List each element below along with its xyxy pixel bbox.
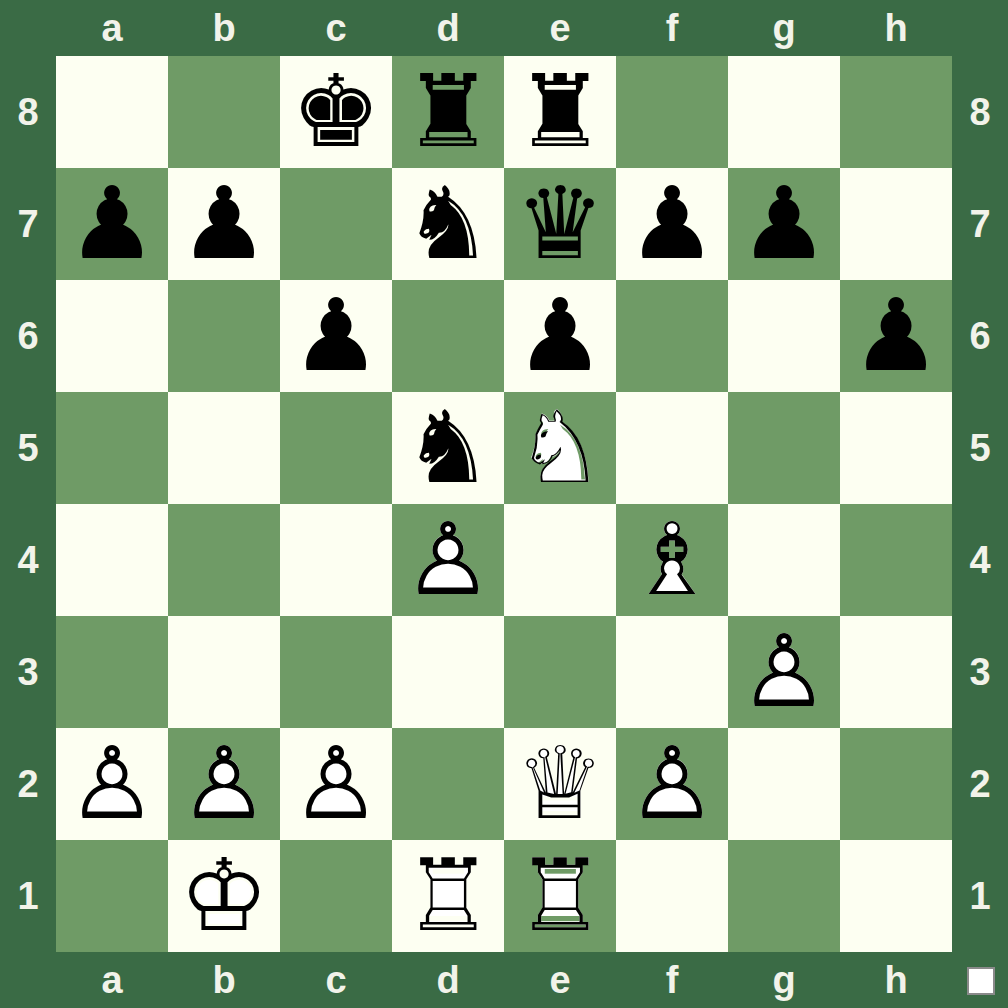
square-d7[interactable]: ♞︎ [392, 168, 504, 280]
square-c1[interactable] [280, 840, 392, 952]
white-piece-outline: ♙︎ [168, 728, 280, 840]
square-c5[interactable] [280, 392, 392, 504]
white-pawn[interactable]: ♟︎♙︎ [392, 504, 504, 616]
white-pawn[interactable]: ♟︎♙︎ [56, 728, 168, 840]
square-f7[interactable]: ♟︎ [616, 168, 728, 280]
white-piece-outline: ♙︎ [280, 728, 392, 840]
square-b5[interactable] [168, 392, 280, 504]
file-label-g: g [728, 0, 840, 56]
file-label-a: a [56, 0, 168, 56]
file-label-b: b [168, 0, 280, 56]
square-a1[interactable] [56, 840, 168, 952]
white-king[interactable]: ♚︎♔︎ [168, 840, 280, 952]
file-label-e: e [504, 952, 616, 1008]
file-label-h: h [840, 0, 952, 56]
square-e6[interactable]: ♟︎ [504, 280, 616, 392]
square-d8[interactable]: ♜︎ [392, 56, 504, 168]
rank-label-3: 3 [0, 616, 56, 728]
rank-labels-left: 87654321 [0, 56, 56, 952]
square-a7[interactable]: ♟︎ [56, 168, 168, 280]
file-label-g: g [728, 952, 840, 1008]
square-b2[interactable]: ♟︎♙︎ [168, 728, 280, 840]
square-h8[interactable] [840, 56, 952, 168]
white-bishop[interactable]: ♝︎♗︎ [616, 504, 728, 616]
square-h4[interactable] [840, 504, 952, 616]
file-labels-top: abcdefgh [56, 0, 952, 56]
white-to-move-indicator [967, 967, 995, 995]
rank-label-6: 6 [952, 280, 1008, 392]
white-rook[interactable]: ♜︎♖︎ [392, 840, 504, 952]
square-g3[interactable]: ♟︎♙︎ [728, 616, 840, 728]
square-g6[interactable] [728, 280, 840, 392]
square-c7[interactable] [280, 168, 392, 280]
square-d5[interactable]: ♞︎ [392, 392, 504, 504]
white-piece-outline: ♔︎ [168, 840, 280, 952]
black-knight[interactable]: ♞︎ [392, 392, 504, 504]
square-e5[interactable]: ♞︎♘︎ [504, 392, 616, 504]
white-pawn[interactable]: ♟︎♙︎ [168, 728, 280, 840]
file-labels-bottom: abcdefgh [56, 952, 952, 1008]
square-a4[interactable] [56, 504, 168, 616]
rank-label-7: 7 [0, 168, 56, 280]
square-e2[interactable]: ♛︎♕︎ [504, 728, 616, 840]
rank-label-8: 8 [952, 56, 1008, 168]
rank-label-5: 5 [0, 392, 56, 504]
square-g7[interactable]: ♟︎ [728, 168, 840, 280]
black-king[interactable]: ♚︎ [280, 56, 392, 168]
black-pawn[interactable]: ♟︎ [56, 168, 168, 280]
black-rook[interactable]: ♜︎ [392, 56, 504, 168]
square-e8[interactable]: ♜︎ [504, 56, 616, 168]
rank-label-5: 5 [952, 392, 1008, 504]
file-label-c: c [280, 952, 392, 1008]
file-label-d: d [392, 0, 504, 56]
square-e4[interactable] [504, 504, 616, 616]
square-d1[interactable]: ♜︎♖︎ [392, 840, 504, 952]
square-e7[interactable]: ♛︎ [504, 168, 616, 280]
square-h2[interactable] [840, 728, 952, 840]
white-piece-outline: ♙︎ [56, 728, 168, 840]
rank-label-1: 1 [952, 840, 1008, 952]
white-rook[interactable]: ♜︎♖︎ [504, 840, 616, 952]
rank-label-4: 4 [0, 504, 56, 616]
rank-label-1: 1 [0, 840, 56, 952]
square-d4[interactable]: ♟︎♙︎ [392, 504, 504, 616]
square-b7[interactable]: ♟︎ [168, 168, 280, 280]
file-label-h: h [840, 952, 952, 1008]
square-h3[interactable] [840, 616, 952, 728]
square-b4[interactable] [168, 504, 280, 616]
square-c8[interactable]: ♚︎ [280, 56, 392, 168]
file-label-a: a [56, 952, 168, 1008]
black-pawn[interactable]: ♟︎ [840, 280, 952, 392]
black-queen[interactable]: ♛︎ [504, 168, 616, 280]
chess-board[interactable]: ♚︎♜︎♜︎♟︎♟︎♞︎♛︎♟︎♟︎♟︎♟︎♟︎♞︎♞︎♘︎♟︎♙︎♝︎♗︎♟︎… [56, 56, 952, 952]
black-pawn[interactable]: ♟︎ [616, 168, 728, 280]
file-label-c: c [280, 0, 392, 56]
square-h1[interactable] [840, 840, 952, 952]
white-piece-outline: ♙︎ [616, 728, 728, 840]
square-c4[interactable] [280, 504, 392, 616]
rank-label-6: 6 [0, 280, 56, 392]
file-label-f: f [616, 952, 728, 1008]
square-a8[interactable] [56, 56, 168, 168]
black-knight[interactable]: ♞︎ [392, 168, 504, 280]
square-g8[interactable] [728, 56, 840, 168]
white-pawn[interactable]: ♟︎♙︎ [728, 616, 840, 728]
chess-board-frame: abcdefgh abcdefgh 87654321 87654321 ♚︎♜︎… [0, 0, 1008, 1008]
rank-label-2: 2 [0, 728, 56, 840]
square-a5[interactable] [56, 392, 168, 504]
square-g1[interactable] [728, 840, 840, 952]
rank-label-3: 3 [952, 616, 1008, 728]
square-d2[interactable] [392, 728, 504, 840]
square-g2[interactable] [728, 728, 840, 840]
black-pawn[interactable]: ♟︎ [168, 168, 280, 280]
square-b3[interactable] [168, 616, 280, 728]
square-g5[interactable] [728, 392, 840, 504]
rank-labels-right: 87654321 [952, 56, 1008, 952]
square-a6[interactable] [56, 280, 168, 392]
square-f3[interactable] [616, 616, 728, 728]
square-h5[interactable] [840, 392, 952, 504]
square-a2[interactable]: ♟︎♙︎ [56, 728, 168, 840]
white-piece-outline: ♕︎ [504, 728, 616, 840]
file-label-b: b [168, 952, 280, 1008]
square-b1[interactable]: ♚︎♔︎ [168, 840, 280, 952]
white-pawn[interactable]: ♟︎♙︎ [280, 728, 392, 840]
black-pawn[interactable]: ♟︎ [280, 280, 392, 392]
black-pawn[interactable]: ♟︎ [504, 280, 616, 392]
square-f2[interactable]: ♟︎♙︎ [616, 728, 728, 840]
white-queen[interactable]: ♛︎♕︎ [504, 728, 616, 840]
rank-label-2: 2 [952, 728, 1008, 840]
file-label-d: d [392, 952, 504, 1008]
square-d3[interactable] [392, 616, 504, 728]
square-b8[interactable] [168, 56, 280, 168]
square-c3[interactable] [280, 616, 392, 728]
white-piece-outline: ♖︎ [504, 840, 616, 952]
white-piece-outline: ♖︎ [392, 840, 504, 952]
square-e3[interactable] [504, 616, 616, 728]
square-b6[interactable] [168, 280, 280, 392]
black-pawn[interactable]: ♟︎ [728, 168, 840, 280]
square-f4[interactable]: ♝︎♗︎ [616, 504, 728, 616]
square-a3[interactable] [56, 616, 168, 728]
white-piece-outline: ♙︎ [728, 616, 840, 728]
rank-label-7: 7 [952, 168, 1008, 280]
white-knight[interactable]: ♞︎♘︎ [504, 392, 616, 504]
rank-label-8: 8 [0, 56, 56, 168]
white-piece-outline: ♘︎ [504, 392, 616, 504]
square-f6[interactable] [616, 280, 728, 392]
square-h6[interactable]: ♟︎ [840, 280, 952, 392]
square-f8[interactable] [616, 56, 728, 168]
square-d6[interactable] [392, 280, 504, 392]
white-pawn[interactable]: ♟︎♙︎ [616, 728, 728, 840]
square-f5[interactable] [616, 392, 728, 504]
square-e1[interactable]: ♜︎♖︎ [504, 840, 616, 952]
square-h7[interactable] [840, 168, 952, 280]
square-g4[interactable] [728, 504, 840, 616]
rank-label-4: 4 [952, 504, 1008, 616]
file-label-f: f [616, 0, 728, 56]
square-f1[interactable] [616, 840, 728, 952]
white-piece-outline: ♗︎ [616, 504, 728, 616]
black-rook[interactable]: ♜︎ [504, 56, 616, 168]
file-label-e: e [504, 0, 616, 56]
white-piece-outline: ♙︎ [392, 504, 504, 616]
square-c2[interactable]: ♟︎♙︎ [280, 728, 392, 840]
square-c6[interactable]: ♟︎ [280, 280, 392, 392]
